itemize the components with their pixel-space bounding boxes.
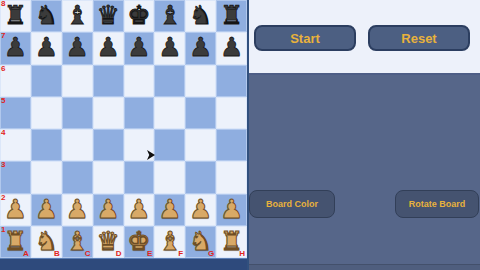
- pawn-black-piece[interactable]: ♟: [189, 34, 212, 60]
- board-bottom-edge: [0, 258, 247, 270]
- square-b3[interactable]: [31, 161, 62, 193]
- pawn-black-piece[interactable]: ♟: [158, 34, 181, 60]
- square-c8[interactable]: ♝: [62, 0, 93, 32]
- square-b8[interactable]: ♞: [31, 0, 62, 32]
- file-label: E: [147, 249, 152, 258]
- square-a6[interactable]: 6: [0, 65, 31, 97]
- rank-label: 5: [1, 96, 5, 105]
- square-a2[interactable]: 2♟: [0, 194, 31, 226]
- start-button[interactable]: Start: [254, 25, 356, 51]
- square-b2[interactable]: ♟: [31, 194, 62, 226]
- rook-black-piece[interactable]: ♜: [220, 2, 243, 28]
- square-g7[interactable]: ♟: [185, 32, 216, 64]
- file-label: G: [208, 249, 214, 258]
- square-g1[interactable]: G♞: [185, 226, 216, 258]
- square-g2[interactable]: ♟: [185, 194, 216, 226]
- square-b5[interactable]: [31, 97, 62, 129]
- square-e3[interactable]: [124, 161, 155, 193]
- square-d1[interactable]: D♛: [93, 226, 124, 258]
- square-g6[interactable]: [185, 65, 216, 97]
- reset-button[interactable]: Reset: [368, 25, 470, 51]
- rank-label: 3: [1, 160, 5, 169]
- file-label: D: [116, 249, 122, 258]
- chess-board[interactable]: 8♜♞♝♛♚♝♞♜7♟♟♟♟♟♟♟♟65432♟♟♟♟♟♟♟♟1A♜B♞C♝D♛…: [0, 0, 247, 258]
- square-h3[interactable]: [216, 161, 247, 193]
- square-c5[interactable]: [62, 97, 93, 129]
- board-color-button[interactable]: Board Color: [249, 190, 335, 218]
- square-c4[interactable]: [62, 129, 93, 161]
- square-h2[interactable]: ♟: [216, 194, 247, 226]
- square-f2[interactable]: ♟: [154, 194, 185, 226]
- square-a1[interactable]: 1A♜: [0, 226, 31, 258]
- file-label: H: [239, 249, 245, 258]
- square-c7[interactable]: ♟: [62, 32, 93, 64]
- pawn-black-piece[interactable]: ♟: [96, 34, 119, 60]
- square-c6[interactable]: [62, 65, 93, 97]
- chess-app-window: 8♜♞♝♛♚♝♞♜7♟♟♟♟♟♟♟♟65432♟♟♟♟♟♟♟♟1A♜B♞C♝D♛…: [0, 0, 480, 270]
- square-d7[interactable]: ♟: [93, 32, 124, 64]
- square-c2[interactable]: ♟: [62, 194, 93, 226]
- square-d3[interactable]: [93, 161, 124, 193]
- square-g5[interactable]: [185, 97, 216, 129]
- square-e7[interactable]: ♟: [124, 32, 155, 64]
- square-h8[interactable]: ♜: [216, 0, 247, 32]
- pawn-black-piece[interactable]: ♟: [127, 34, 150, 60]
- rank-label: 7: [1, 31, 5, 40]
- queen-black-piece[interactable]: ♛: [96, 2, 119, 28]
- square-h6[interactable]: [216, 65, 247, 97]
- pawn-white-piece[interactable]: ♟: [158, 196, 181, 222]
- bishop-black-piece[interactable]: ♝: [66, 2, 89, 28]
- square-g8[interactable]: ♞: [185, 0, 216, 32]
- knight-black-piece[interactable]: ♞: [35, 2, 58, 28]
- pawn-black-piece[interactable]: ♟: [4, 34, 27, 60]
- square-b7[interactable]: ♟: [31, 32, 62, 64]
- rank-label: 6: [1, 64, 5, 73]
- square-f3[interactable]: [154, 161, 185, 193]
- pawn-white-piece[interactable]: ♟: [220, 196, 243, 222]
- panel-bottom-edge: [249, 264, 480, 270]
- square-a8[interactable]: 8♜: [0, 0, 31, 32]
- pawn-white-piece[interactable]: ♟: [35, 196, 58, 222]
- square-c1[interactable]: C♝: [62, 226, 93, 258]
- square-h1[interactable]: H♜: [216, 226, 247, 258]
- square-b4[interactable]: [31, 129, 62, 161]
- square-f1[interactable]: F♝: [154, 226, 185, 258]
- square-a4[interactable]: 4: [0, 129, 31, 161]
- square-f6[interactable]: [154, 65, 185, 97]
- pawn-white-piece[interactable]: ♟: [189, 196, 212, 222]
- pawn-black-piece[interactable]: ♟: [66, 34, 89, 60]
- square-c3[interactable]: [62, 161, 93, 193]
- rank-label: 4: [1, 128, 5, 137]
- square-b6[interactable]: [31, 65, 62, 97]
- square-b1[interactable]: B♞: [31, 226, 62, 258]
- square-f8[interactable]: ♝: [154, 0, 185, 32]
- square-e1[interactable]: E♚: [124, 226, 155, 258]
- square-g3[interactable]: [185, 161, 216, 193]
- king-black-piece[interactable]: ♚: [127, 2, 150, 28]
- pawn-black-piece[interactable]: ♟: [220, 34, 243, 60]
- bishop-black-piece[interactable]: ♝: [158, 2, 181, 28]
- square-e2[interactable]: ♟: [124, 194, 155, 226]
- square-e8[interactable]: ♚: [124, 0, 155, 32]
- rank-label: 8: [1, 0, 5, 8]
- square-f4[interactable]: [154, 129, 185, 161]
- square-h7[interactable]: ♟: [216, 32, 247, 64]
- pawn-white-piece[interactable]: ♟: [96, 196, 119, 222]
- square-h5[interactable]: [216, 97, 247, 129]
- square-a3[interactable]: 3: [0, 161, 31, 193]
- square-d4[interactable]: [93, 129, 124, 161]
- square-e6[interactable]: [124, 65, 155, 97]
- square-h4[interactable]: [216, 129, 247, 161]
- square-f5[interactable]: [154, 97, 185, 129]
- square-d5[interactable]: [93, 97, 124, 129]
- square-d2[interactable]: ♟: [93, 194, 124, 226]
- square-d6[interactable]: [93, 65, 124, 97]
- pawn-white-piece[interactable]: ♟: [127, 196, 150, 222]
- file-label: A: [23, 249, 29, 258]
- square-a5[interactable]: 5: [0, 97, 31, 129]
- pawn-black-piece[interactable]: ♟: [35, 34, 58, 60]
- pawn-white-piece[interactable]: ♟: [66, 196, 89, 222]
- rank-label: 1: [1, 225, 5, 234]
- file-label: C: [85, 249, 91, 258]
- square-a7[interactable]: 7♟: [0, 32, 31, 64]
- rook-black-piece[interactable]: ♜: [4, 2, 27, 28]
- square-d8[interactable]: ♛: [93, 0, 124, 32]
- rank-label: 2: [1, 193, 5, 202]
- knight-black-piece[interactable]: ♞: [189, 2, 212, 28]
- rotate-board-button[interactable]: Rotate Board: [395, 190, 479, 218]
- pawn-white-piece[interactable]: ♟: [4, 196, 27, 222]
- file-label: B: [54, 249, 60, 258]
- square-e5[interactable]: [124, 97, 155, 129]
- control-panel: Start Reset Board Color Rotate Board: [247, 0, 480, 270]
- square-f7[interactable]: ♟: [154, 32, 185, 64]
- square-g4[interactable]: [185, 129, 216, 161]
- file-label: F: [178, 249, 183, 258]
- control-panel-top-section: Start Reset: [249, 0, 480, 75]
